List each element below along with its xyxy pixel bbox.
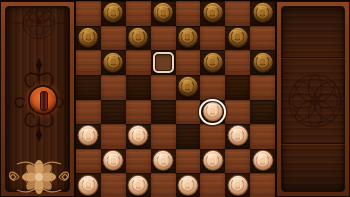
light-piece[interactable] bbox=[227, 125, 248, 146]
light-piece[interactable] bbox=[177, 175, 198, 196]
square-a3[interactable] bbox=[76, 124, 101, 149]
dark-piece[interactable] bbox=[252, 2, 273, 23]
dark-piece[interactable] bbox=[103, 2, 124, 23]
dark-piece[interactable] bbox=[252, 51, 273, 72]
light-piece[interactable] bbox=[78, 175, 99, 196]
square-a8[interactable] bbox=[76, 1, 101, 26]
square-g5[interactable] bbox=[225, 75, 250, 100]
square-b8[interactable] bbox=[101, 1, 126, 26]
square-e1[interactable] bbox=[176, 173, 201, 197]
dark-piece[interactable] bbox=[227, 27, 248, 48]
square-e3[interactable] bbox=[176, 124, 201, 149]
light-piece[interactable] bbox=[252, 150, 273, 171]
square-g6[interactable] bbox=[225, 50, 250, 75]
square-f2[interactable] bbox=[200, 149, 225, 174]
square-a4[interactable] bbox=[76, 100, 101, 125]
square-e4[interactable] bbox=[176, 100, 201, 125]
square-f3[interactable] bbox=[200, 124, 225, 149]
square-f6[interactable] bbox=[200, 50, 225, 75]
right-panel bbox=[275, 1, 350, 197]
square-e5[interactable] bbox=[176, 75, 201, 100]
dark-piece[interactable] bbox=[103, 51, 124, 72]
square-h4[interactable] bbox=[250, 100, 275, 125]
square-b6[interactable] bbox=[101, 50, 126, 75]
square-h1[interactable] bbox=[250, 173, 275, 197]
square-c5[interactable] bbox=[126, 75, 151, 100]
turn-indicator-medallion bbox=[28, 85, 58, 115]
square-b7[interactable] bbox=[101, 26, 126, 51]
square-c6[interactable] bbox=[126, 50, 151, 75]
square-g8[interactable] bbox=[225, 1, 250, 26]
dark-piece[interactable] bbox=[128, 27, 149, 48]
square-h6[interactable] bbox=[250, 50, 275, 75]
light-piece[interactable] bbox=[202, 150, 223, 171]
dark-piece[interactable] bbox=[78, 27, 99, 48]
dark-piece[interactable] bbox=[202, 51, 223, 72]
square-g1[interactable] bbox=[225, 173, 250, 197]
square-b2[interactable] bbox=[101, 149, 126, 174]
light-piece[interactable] bbox=[153, 150, 174, 171]
square-f5[interactable] bbox=[200, 75, 225, 100]
panel-groove-top bbox=[281, 57, 345, 58]
checkers-board bbox=[76, 1, 275, 197]
square-c2[interactable] bbox=[126, 149, 151, 174]
square-b4[interactable] bbox=[101, 100, 126, 125]
square-c8[interactable] bbox=[126, 1, 151, 26]
square-b5[interactable] bbox=[101, 75, 126, 100]
square-c3[interactable] bbox=[126, 124, 151, 149]
square-g2[interactable] bbox=[225, 149, 250, 174]
square-d8[interactable] bbox=[151, 1, 176, 26]
square-c7[interactable] bbox=[126, 26, 151, 51]
square-h7[interactable] bbox=[250, 26, 275, 51]
square-f4[interactable] bbox=[200, 100, 225, 125]
dark-piece[interactable] bbox=[177, 27, 198, 48]
square-h3[interactable] bbox=[250, 124, 275, 149]
square-b3[interactable] bbox=[101, 124, 126, 149]
panel-groove-bottom bbox=[281, 143, 345, 144]
dark-piece[interactable] bbox=[177, 76, 198, 97]
square-a5[interactable] bbox=[76, 75, 101, 100]
light-piece[interactable] bbox=[227, 175, 248, 196]
left-panel bbox=[0, 1, 76, 197]
light-piece[interactable] bbox=[128, 125, 149, 146]
square-e2[interactable] bbox=[176, 149, 201, 174]
square-d5[interactable] bbox=[151, 75, 176, 100]
square-a2[interactable] bbox=[76, 149, 101, 174]
square-d2[interactable] bbox=[151, 149, 176, 174]
square-a6[interactable] bbox=[76, 50, 101, 75]
square-f1[interactable] bbox=[200, 173, 225, 197]
dark-piece[interactable] bbox=[153, 2, 174, 23]
light-piece[interactable] bbox=[103, 150, 124, 171]
square-a7[interactable] bbox=[76, 26, 101, 51]
square-d3[interactable] bbox=[151, 124, 176, 149]
square-d4[interactable] bbox=[151, 100, 176, 125]
square-g4[interactable] bbox=[225, 100, 250, 125]
right-panel-inner bbox=[281, 6, 345, 192]
light-piece[interactable] bbox=[128, 175, 149, 196]
square-h5[interactable] bbox=[250, 75, 275, 100]
square-f8[interactable] bbox=[200, 1, 225, 26]
square-b1[interactable] bbox=[101, 173, 126, 197]
game-screen bbox=[0, 0, 350, 197]
square-c1[interactable] bbox=[126, 173, 151, 197]
square-e8[interactable] bbox=[176, 1, 201, 26]
square-e6[interactable] bbox=[176, 50, 201, 75]
dark-piece[interactable] bbox=[202, 2, 223, 23]
square-d7[interactable] bbox=[151, 26, 176, 51]
square-c4[interactable] bbox=[126, 100, 151, 125]
square-h8[interactable] bbox=[250, 1, 275, 26]
square-a1[interactable] bbox=[76, 173, 101, 197]
square-e7[interactable] bbox=[176, 26, 201, 51]
square-h2[interactable] bbox=[250, 149, 275, 174]
square-g7[interactable] bbox=[225, 26, 250, 51]
square-g3[interactable] bbox=[225, 124, 250, 149]
square-d1[interactable] bbox=[151, 173, 176, 197]
light-piece[interactable] bbox=[78, 125, 99, 146]
square-d6[interactable] bbox=[151, 50, 176, 75]
square-f7[interactable] bbox=[200, 26, 225, 51]
light-piece[interactable] bbox=[202, 101, 223, 122]
